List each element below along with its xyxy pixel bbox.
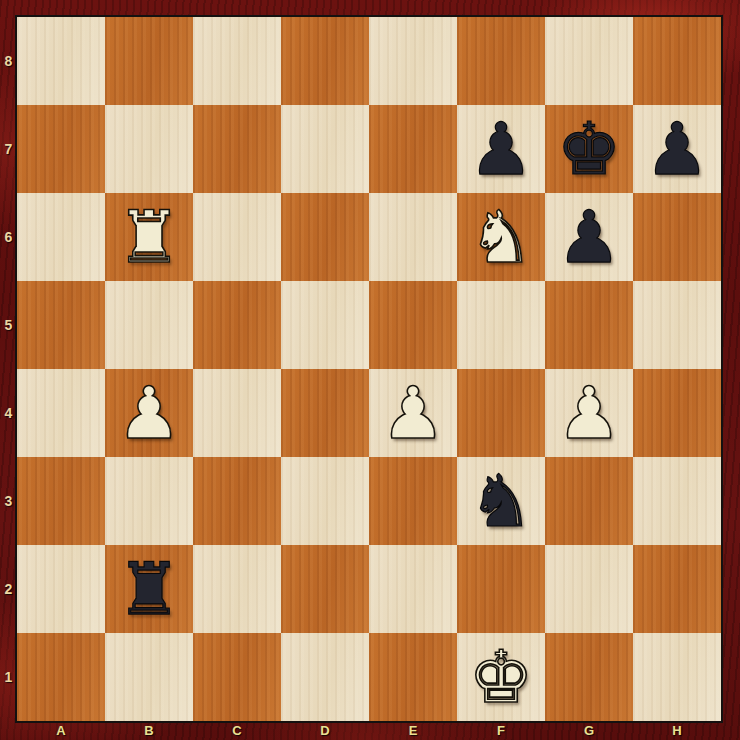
square-g8[interactable] [545, 17, 633, 105]
file-label-b: B [105, 721, 193, 740]
square-e3[interactable] [369, 457, 457, 545]
rank-label-2: 2 [0, 545, 17, 633]
rank-label-5: 5 [0, 281, 17, 369]
square-b5[interactable] [105, 281, 193, 369]
rank-label-4: 4 [0, 369, 17, 457]
square-g1[interactable] [545, 633, 633, 721]
square-e5[interactable] [369, 281, 457, 369]
square-h2[interactable] [633, 545, 721, 633]
rank-label-1: 1 [0, 633, 17, 721]
square-g4[interactable]: ♟ [545, 369, 633, 457]
piece-white-rook-b6[interactable]: ♜ [105, 193, 193, 281]
square-e8[interactable] [369, 17, 457, 105]
square-e4[interactable]: ♟ [369, 369, 457, 457]
square-g6[interactable]: ♟ [545, 193, 633, 281]
piece-black-knight-f3[interactable]: ♞ [457, 457, 545, 545]
square-c1[interactable] [193, 633, 281, 721]
piece-white-pawn-e4[interactable]: ♟ [369, 369, 457, 457]
piece-black-pawn-h7[interactable]: ♟ [633, 105, 721, 193]
square-c3[interactable] [193, 457, 281, 545]
square-g5[interactable] [545, 281, 633, 369]
square-f2[interactable] [457, 545, 545, 633]
square-d1[interactable] [281, 633, 369, 721]
rank-label-6: 6 [0, 193, 17, 281]
rank-label-3: 3 [0, 457, 17, 545]
square-h4[interactable] [633, 369, 721, 457]
file-label-h: H [633, 721, 721, 740]
square-e2[interactable] [369, 545, 457, 633]
square-a2[interactable] [17, 545, 105, 633]
square-d7[interactable] [281, 105, 369, 193]
square-c4[interactable] [193, 369, 281, 457]
square-e1[interactable] [369, 633, 457, 721]
file-labels: ABCDEFGH [17, 721, 721, 740]
piece-black-king-g7[interactable]: ♚ [545, 105, 633, 193]
piece-black-rook-b2[interactable]: ♜ [105, 545, 193, 633]
square-h6[interactable] [633, 193, 721, 281]
square-a7[interactable] [17, 105, 105, 193]
rank-label-7: 7 [0, 105, 17, 193]
square-h5[interactable] [633, 281, 721, 369]
square-a4[interactable] [17, 369, 105, 457]
square-c2[interactable] [193, 545, 281, 633]
piece-black-pawn-f7[interactable]: ♟ [457, 105, 545, 193]
square-b3[interactable] [105, 457, 193, 545]
file-label-c: C [193, 721, 281, 740]
square-c5[interactable] [193, 281, 281, 369]
file-label-f: F [457, 721, 545, 740]
square-c7[interactable] [193, 105, 281, 193]
square-d6[interactable] [281, 193, 369, 281]
square-a8[interactable] [17, 17, 105, 105]
square-a3[interactable] [17, 457, 105, 545]
square-g7[interactable]: ♚ [545, 105, 633, 193]
square-b6[interactable]: ♜ [105, 193, 193, 281]
rank-labels: 87654321 [0, 17, 17, 721]
square-b4[interactable]: ♟ [105, 369, 193, 457]
file-label-e: E [369, 721, 457, 740]
chess-app: 87654321 ABCDEFGH ♟♚♟♜♞♟♟♟♟♞♜♚ [0, 0, 740, 740]
chess-board: ♟♚♟♜♞♟♟♟♟♞♜♚ [17, 17, 721, 721]
square-d4[interactable] [281, 369, 369, 457]
square-f8[interactable] [457, 17, 545, 105]
file-label-d: D [281, 721, 369, 740]
square-g2[interactable] [545, 545, 633, 633]
square-h7[interactable]: ♟ [633, 105, 721, 193]
square-f3[interactable]: ♞ [457, 457, 545, 545]
square-h1[interactable] [633, 633, 721, 721]
square-e6[interactable] [369, 193, 457, 281]
square-d5[interactable] [281, 281, 369, 369]
file-label-a: A [17, 721, 105, 740]
square-f4[interactable] [457, 369, 545, 457]
square-f7[interactable]: ♟ [457, 105, 545, 193]
square-b1[interactable] [105, 633, 193, 721]
square-h3[interactable] [633, 457, 721, 545]
square-d3[interactable] [281, 457, 369, 545]
square-d8[interactable] [281, 17, 369, 105]
square-f6[interactable]: ♞ [457, 193, 545, 281]
piece-black-pawn-g6[interactable]: ♟ [545, 193, 633, 281]
piece-white-pawn-g4[interactable]: ♟ [545, 369, 633, 457]
file-label-g: G [545, 721, 633, 740]
square-b7[interactable] [105, 105, 193, 193]
square-a5[interactable] [17, 281, 105, 369]
square-b8[interactable] [105, 17, 193, 105]
rank-label-8: 8 [0, 17, 17, 105]
piece-white-knight-f6[interactable]: ♞ [457, 193, 545, 281]
square-a6[interactable] [17, 193, 105, 281]
piece-white-king-f1[interactable]: ♚ [457, 633, 545, 721]
square-c6[interactable] [193, 193, 281, 281]
square-a1[interactable] [17, 633, 105, 721]
square-f1[interactable]: ♚ [457, 633, 545, 721]
square-d2[interactable] [281, 545, 369, 633]
square-g3[interactable] [545, 457, 633, 545]
square-e7[interactable] [369, 105, 457, 193]
square-b2[interactable]: ♜ [105, 545, 193, 633]
piece-white-pawn-b4[interactable]: ♟ [105, 369, 193, 457]
square-f5[interactable] [457, 281, 545, 369]
square-h8[interactable] [633, 17, 721, 105]
square-c8[interactable] [193, 17, 281, 105]
